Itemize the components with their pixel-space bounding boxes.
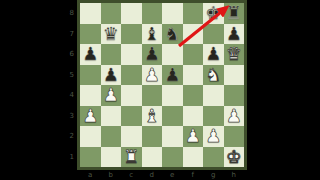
square-c2[interactable]	[121, 126, 142, 147]
rank-label-4: 4	[60, 85, 74, 106]
square-h4[interactable]	[224, 85, 245, 106]
square-g1[interactable]	[203, 147, 224, 168]
square-d4[interactable]	[142, 85, 163, 106]
white-pawn-d5: ♟	[142, 65, 163, 86]
square-f6[interactable]	[183, 44, 204, 65]
square-d6[interactable]: ♟	[142, 44, 163, 65]
square-e4[interactable]	[162, 85, 183, 106]
square-h2[interactable]	[224, 126, 245, 147]
square-d8[interactable]	[142, 3, 163, 24]
square-f2[interactable]: ♟	[183, 126, 204, 147]
white-king-h1: ♚	[224, 147, 245, 168]
square-c4[interactable]	[121, 85, 142, 106]
square-a4[interactable]	[80, 85, 101, 106]
square-b3[interactable]	[101, 106, 122, 127]
square-a3[interactable]: ♟	[80, 106, 101, 127]
square-g5[interactable]: ♞	[203, 65, 224, 86]
chessboard: ♚♜♛♝♞♟♟♟♟♛♟♟♟♞♟♟♝♟♟♟♜♚	[80, 3, 244, 167]
file-label-g: g	[203, 170, 224, 180]
square-h8[interactable]: ♜	[224, 3, 245, 24]
square-f3[interactable]	[183, 106, 204, 127]
square-a7[interactable]	[80, 24, 101, 45]
rank-label-2: 2	[60, 126, 74, 147]
file-label-c: c	[121, 170, 142, 180]
square-d2[interactable]	[142, 126, 163, 147]
square-a6[interactable]: ♟	[80, 44, 101, 65]
square-g7[interactable]	[203, 24, 224, 45]
square-g2[interactable]: ♟	[203, 126, 224, 147]
square-b5[interactable]: ♟	[101, 65, 122, 86]
square-g3[interactable]	[203, 106, 224, 127]
square-f1[interactable]	[183, 147, 204, 168]
square-f7[interactable]	[183, 24, 204, 45]
file-label-h: h	[224, 170, 245, 180]
square-f5[interactable]	[183, 65, 204, 86]
chess-diagram: 87654321 ♚♜♛♝♞♟♟♟♟♛♟♟♟♞♟♟♝♟♟♟♜♚ abcdefgh	[0, 0, 320, 180]
rank-label-7: 7	[60, 24, 74, 45]
square-e1[interactable]	[162, 147, 183, 168]
square-e8[interactable]	[162, 3, 183, 24]
black-bishop-d7: ♝	[142, 24, 163, 45]
white-pawn-f2: ♟	[183, 126, 204, 147]
file-label-e: e	[162, 170, 183, 180]
square-h6[interactable]: ♛	[224, 44, 245, 65]
file-label-b: b	[101, 170, 122, 180]
white-pawn-a3: ♟	[80, 106, 101, 127]
square-g8[interactable]: ♚	[203, 3, 224, 24]
square-g4[interactable]	[203, 85, 224, 106]
square-d7[interactable]: ♝	[142, 24, 163, 45]
square-c3[interactable]	[121, 106, 142, 127]
black-pawn-e5: ♟	[162, 65, 183, 86]
black-queen-b7: ♛	[101, 24, 122, 45]
black-pawn-h7: ♟	[224, 24, 245, 45]
rank-label-8: 8	[60, 3, 74, 24]
square-c6[interactable]	[121, 44, 142, 65]
file-label-a: a	[80, 170, 101, 180]
square-f4[interactable]	[183, 85, 204, 106]
square-e5[interactable]: ♟	[162, 65, 183, 86]
square-d1[interactable]	[142, 147, 163, 168]
square-a2[interactable]	[80, 126, 101, 147]
square-d5[interactable]: ♟	[142, 65, 163, 86]
white-pawn-b4: ♟	[101, 85, 122, 106]
square-f8[interactable]	[183, 3, 204, 24]
black-pawn-g6: ♟	[203, 44, 224, 65]
square-g6[interactable]: ♟	[203, 44, 224, 65]
square-c1[interactable]: ♜	[121, 147, 142, 168]
square-e7[interactable]: ♞	[162, 24, 183, 45]
square-b8[interactable]	[101, 3, 122, 24]
white-knight-g5: ♞	[203, 65, 224, 86]
white-bishop-d3: ♝	[142, 106, 163, 127]
black-knight-e7: ♞	[162, 24, 183, 45]
square-h5[interactable]	[224, 65, 245, 86]
white-pawn-h3: ♟	[224, 106, 245, 127]
black-rook-h8: ♜	[224, 3, 245, 24]
square-h3[interactable]: ♟	[224, 106, 245, 127]
rank-label-1: 1	[60, 147, 74, 168]
file-label-f: f	[183, 170, 204, 180]
square-c5[interactable]	[121, 65, 142, 86]
file-labels: abcdefgh	[80, 170, 244, 180]
white-queen-h6: ♛	[224, 44, 245, 65]
rank-label-6: 6	[60, 44, 74, 65]
square-b6[interactable]	[101, 44, 122, 65]
black-pawn-a6: ♟	[80, 44, 101, 65]
square-a1[interactable]	[80, 147, 101, 168]
rank-label-5: 5	[60, 65, 74, 86]
square-a8[interactable]	[80, 3, 101, 24]
black-pawn-d6: ♟	[142, 44, 163, 65]
square-b7[interactable]: ♛	[101, 24, 122, 45]
black-king-g8: ♚	[203, 3, 224, 24]
square-h7[interactable]: ♟	[224, 24, 245, 45]
white-rook-c1: ♜	[121, 147, 142, 168]
rank-labels: 87654321	[60, 3, 74, 167]
square-b2[interactable]	[101, 126, 122, 147]
square-b4[interactable]: ♟	[101, 85, 122, 106]
file-label-d: d	[142, 170, 163, 180]
square-b1[interactable]	[101, 147, 122, 168]
black-pawn-b5: ♟	[101, 65, 122, 86]
square-c8[interactable]	[121, 3, 142, 24]
square-a5[interactable]	[80, 65, 101, 86]
square-h1[interactable]: ♚	[224, 147, 245, 168]
square-c7[interactable]	[121, 24, 142, 45]
square-e6[interactable]	[162, 44, 183, 65]
square-e2[interactable]	[162, 126, 183, 147]
square-d3[interactable]: ♝	[142, 106, 163, 127]
rank-label-3: 3	[60, 106, 74, 127]
board-frame: ♚♜♛♝♞♟♟♟♟♛♟♟♟♞♟♟♝♟♟♟♜♚	[77, 0, 247, 170]
white-pawn-g2: ♟	[203, 126, 224, 147]
square-e3[interactable]	[162, 106, 183, 127]
